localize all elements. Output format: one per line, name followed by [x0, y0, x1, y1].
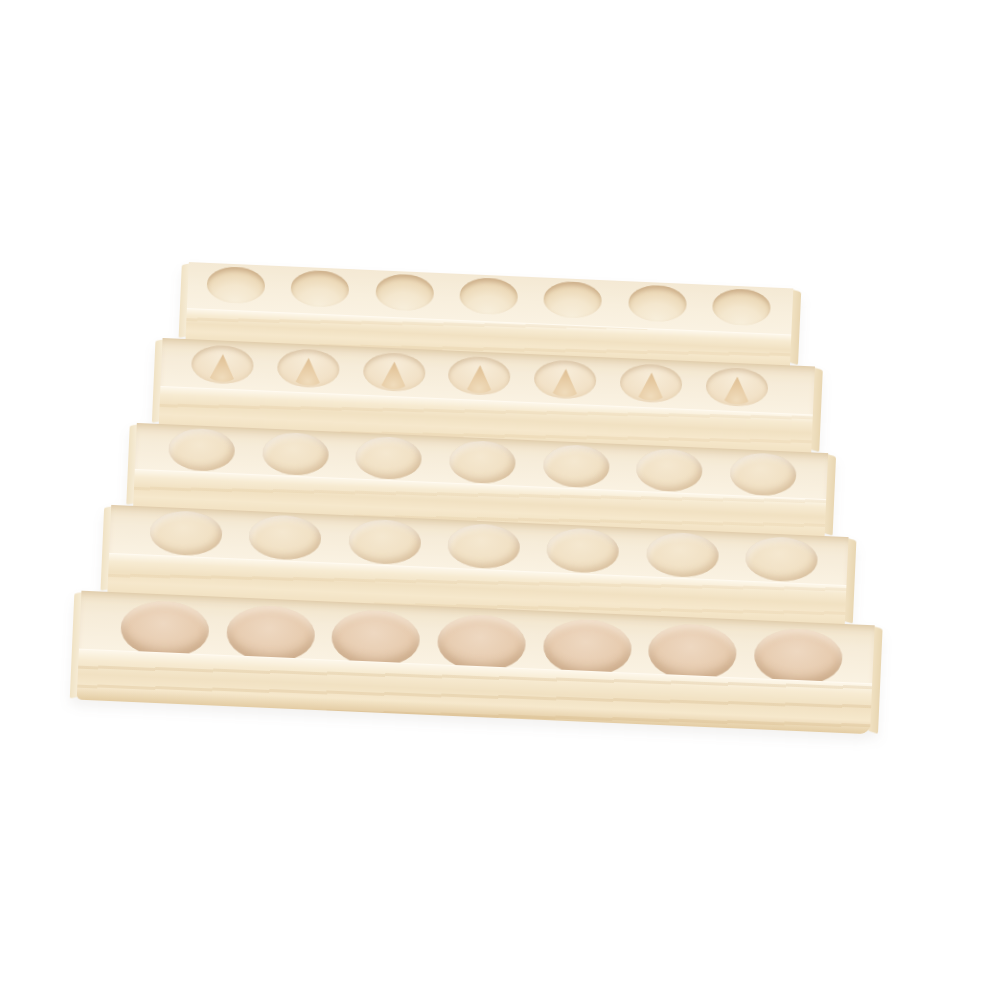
bottle-hole	[248, 514, 322, 561]
bottle-hole	[447, 523, 521, 570]
bottle-hole	[546, 527, 620, 574]
bottle-hole	[149, 510, 223, 557]
bottle-hole	[191, 344, 255, 385]
bottle-hole	[627, 284, 687, 322]
bottle-hole	[348, 518, 422, 565]
bottle-hole	[745, 536, 819, 583]
bottle-hole	[712, 288, 772, 326]
bottle-hole	[261, 431, 329, 476]
wooden-display-rack	[77, 258, 889, 729]
bottle-hole	[290, 270, 350, 308]
hole-cone-bottom	[204, 353, 240, 383]
bottle-hole	[168, 427, 236, 472]
bottle-hole	[448, 356, 512, 397]
bottle-hole	[534, 359, 598, 400]
hole-cone-bottom	[290, 357, 326, 387]
hole-cone-bottom	[719, 376, 755, 406]
bottle-hole	[362, 352, 426, 393]
hole-cone-bottom	[462, 364, 498, 394]
bottle-hole	[355, 436, 423, 481]
bottle-hole	[705, 367, 769, 408]
bottle-hole	[276, 348, 340, 389]
bottle-hole	[375, 273, 435, 311]
bottle-hole	[645, 531, 719, 578]
bottle-hole	[619, 363, 683, 404]
bottle-hole	[206, 266, 266, 304]
hole-cone-bottom	[547, 368, 583, 398]
bottle-hole	[449, 440, 517, 485]
bottle-hole	[459, 277, 519, 315]
bottle-hole	[636, 448, 704, 493]
bottle-hole	[542, 444, 610, 489]
hole-cone-bottom	[633, 372, 669, 402]
bottle-hole	[729, 452, 797, 497]
bottle-hole	[543, 281, 603, 319]
hole-cone-bottom	[376, 361, 412, 391]
